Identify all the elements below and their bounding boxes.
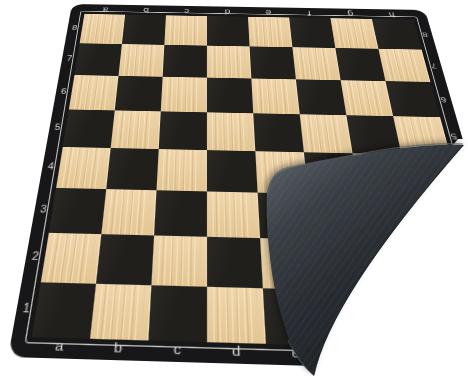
square-e4 xyxy=(255,151,308,194)
square-e7 xyxy=(250,46,296,79)
square-a6 xyxy=(69,75,119,110)
square-b6 xyxy=(115,76,163,111)
square-a2 xyxy=(41,233,102,284)
file-label-top-g: g xyxy=(346,10,354,17)
square-d8 xyxy=(207,16,250,46)
square-g8 xyxy=(330,18,378,49)
square-c8 xyxy=(164,15,207,45)
square-g6 xyxy=(341,80,394,116)
square-b1 xyxy=(90,284,151,341)
square-e1 xyxy=(263,288,325,345)
rank-label-right-8: 8 xyxy=(421,31,428,38)
rank-label-left-8: 8 xyxy=(72,25,79,31)
square-f8 xyxy=(289,17,335,48)
file-label-top-d: d xyxy=(224,8,230,15)
file-label-bottom-e: e xyxy=(291,346,301,361)
file-label-top-a: a xyxy=(102,6,109,13)
square-d4 xyxy=(207,150,258,193)
square-b4 xyxy=(106,148,158,190)
rank-label-right-6: 6 xyxy=(439,95,447,103)
board-grid xyxy=(32,14,468,351)
square-b7 xyxy=(118,44,164,77)
file-label-bottom-b: b xyxy=(113,341,123,356)
square-e2 xyxy=(260,238,319,290)
square-h8 xyxy=(372,19,422,50)
square-g7 xyxy=(335,48,385,81)
square-a7 xyxy=(74,43,121,76)
file-label-top-f: f xyxy=(307,9,311,16)
board-photo: aabbccddeeffgghh8877665544332211 xyxy=(0,0,468,376)
file-label-top-c: c xyxy=(184,7,190,14)
square-a5 xyxy=(63,109,115,148)
square-c5 xyxy=(159,111,207,150)
square-d6 xyxy=(207,78,253,114)
square-b8 xyxy=(122,15,166,45)
file-label-top-b: b xyxy=(143,7,150,14)
square-f1 xyxy=(319,290,384,347)
square-e6 xyxy=(251,78,299,114)
file-label-bottom-c: c xyxy=(173,343,181,358)
square-b2 xyxy=(96,234,154,285)
square-b5 xyxy=(111,110,161,149)
file-label-bottom-d: d xyxy=(232,344,241,359)
rank-label-right-5: 5 xyxy=(449,132,458,140)
file-label-bottom-a: a xyxy=(54,339,65,354)
square-d2 xyxy=(207,237,263,288)
rank-label-right-7: 7 xyxy=(430,62,438,69)
file-label-top-h: h xyxy=(387,11,395,18)
chessboard-mat: aabbccddeeffgghh8877665544332211 xyxy=(8,4,468,372)
square-f2 xyxy=(313,239,375,291)
square-f6 xyxy=(296,79,346,115)
square-c2 xyxy=(151,235,207,286)
square-h7 xyxy=(378,49,430,82)
square-h6 xyxy=(385,81,440,117)
square-a1 xyxy=(32,282,96,338)
rank-label-left-6: 6 xyxy=(60,88,67,96)
square-c1 xyxy=(148,285,207,342)
square-c7 xyxy=(163,45,207,78)
square-a3 xyxy=(49,188,106,234)
square-a4 xyxy=(56,147,111,189)
square-e3 xyxy=(258,193,314,240)
square-d3 xyxy=(207,191,260,238)
square-f7 xyxy=(292,47,340,80)
square-c4 xyxy=(157,149,207,191)
square-e8 xyxy=(248,17,292,47)
square-e5 xyxy=(253,113,304,152)
square-c3 xyxy=(154,190,207,237)
square-b3 xyxy=(101,189,156,235)
square-h3 xyxy=(411,196,468,243)
square-d5 xyxy=(207,112,255,151)
square-d7 xyxy=(207,46,251,79)
square-f4 xyxy=(304,152,360,195)
square-a8 xyxy=(80,14,125,44)
square-d1 xyxy=(207,287,266,344)
file-label-top-e: e xyxy=(265,9,272,16)
square-f3 xyxy=(308,194,366,241)
square-f5 xyxy=(300,114,353,153)
square-c6 xyxy=(161,77,207,113)
rank-label-left-7: 7 xyxy=(66,55,73,62)
